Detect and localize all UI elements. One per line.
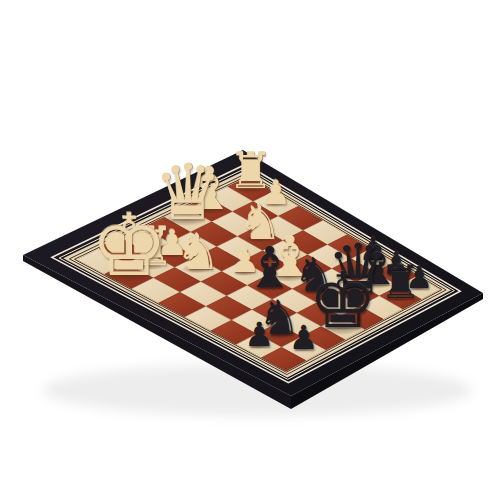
chess-board <box>0 0 500 500</box>
chess-set-photo: ♜♟♝♛♞♟♟♜♞♟♟♚♝♝♝♟♞♛♜♚♞♟♟ <box>0 0 500 500</box>
